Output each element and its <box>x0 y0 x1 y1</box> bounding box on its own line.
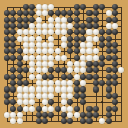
star-point <box>101 25 103 27</box>
black-stone[interactable] <box>42 118 48 124</box>
star-point <box>25 63 27 65</box>
star-point <box>63 63 65 65</box>
white-stone[interactable] <box>118 67 124 73</box>
white-stone[interactable] <box>17 118 23 124</box>
black-stone[interactable] <box>36 118 42 124</box>
black-stone[interactable] <box>61 118 67 124</box>
black-stone[interactable] <box>80 118 86 124</box>
black-stone[interactable] <box>105 118 111 124</box>
star-point <box>101 101 103 103</box>
white-stone[interactable] <box>99 118 105 124</box>
white-stone[interactable] <box>10 118 16 124</box>
go-board[interactable] <box>0 0 128 128</box>
black-stone[interactable] <box>67 118 73 124</box>
black-stone[interactable] <box>86 118 92 124</box>
